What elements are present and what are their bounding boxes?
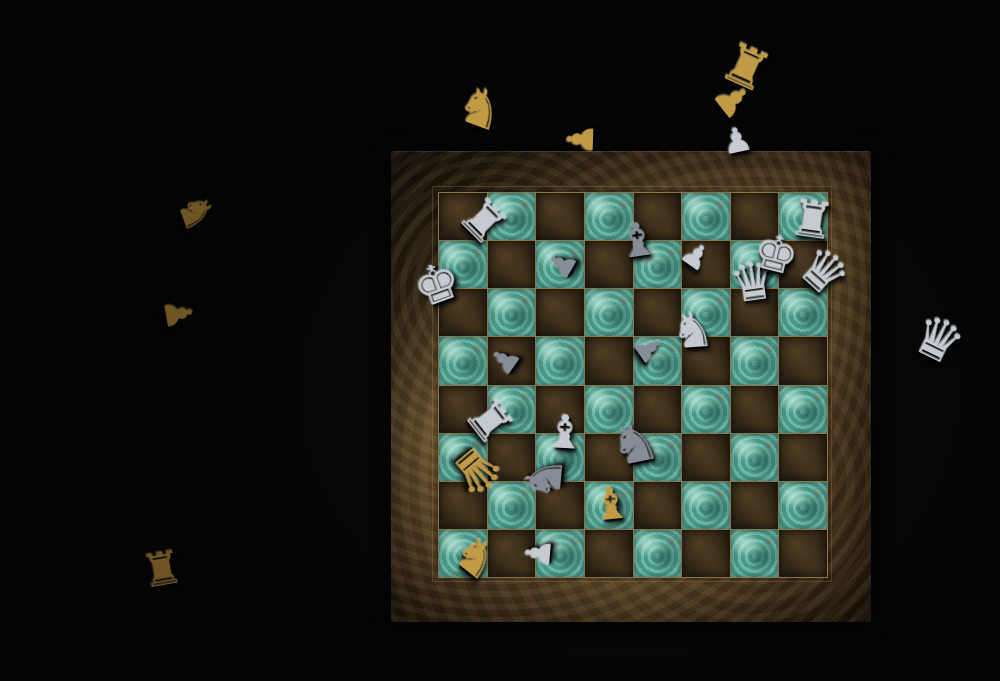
square-e1[interactable]	[634, 530, 682, 577]
square-h1[interactable]	[779, 530, 827, 577]
piece-gold-pawn-off-board-top[interactable]: ♟	[562, 122, 599, 156]
square-h3[interactable]	[779, 434, 827, 481]
piece-silver-bishop-c3[interactable]: ♝	[543, 408, 587, 456]
square-h4[interactable]	[779, 386, 827, 433]
piece-gold-knight-off-board-top-left[interactable]: ♞	[450, 76, 512, 141]
square-d5[interactable]	[585, 337, 633, 384]
piece-silver-knight-c2[interactable]: ♞	[517, 453, 571, 502]
square-c6[interactable]	[536, 289, 584, 336]
square-a5[interactable]	[439, 337, 487, 384]
piece-gold-pawn-off-board-left-lower[interactable]: ♟	[157, 295, 198, 333]
piece-gold-bishop-d2[interactable]: ♝	[589, 480, 633, 528]
piece-silver-pawn-board-top-border[interactable]: ♟	[719, 120, 756, 160]
piece-gold-rook-off-board-bottom-left[interactable]: ♜	[138, 543, 187, 595]
square-e2[interactable]	[634, 482, 682, 529]
square-g5[interactable]	[731, 337, 779, 384]
square-f3[interactable]	[682, 434, 730, 481]
square-h2[interactable]	[779, 482, 827, 529]
square-c8[interactable]	[536, 193, 584, 240]
square-d1[interactable]	[585, 530, 633, 577]
square-g4[interactable]	[731, 386, 779, 433]
square-g1[interactable]	[731, 530, 779, 577]
square-f2[interactable]	[682, 482, 730, 529]
piece-silver-pawn-c1[interactable]: ♟	[520, 536, 557, 569]
square-g2[interactable]	[731, 482, 779, 529]
square-g3[interactable]	[731, 434, 779, 481]
square-f8[interactable]	[682, 193, 730, 240]
square-b6[interactable]	[488, 289, 536, 336]
piece-silver-queen-off-board-right[interactable]: ♛	[903, 304, 973, 376]
piece-gold-knight-off-board-left-upper[interactable]: ♞	[170, 188, 222, 238]
piece-silver-bishop-e7[interactable]: ♝	[614, 214, 661, 265]
square-d6[interactable]	[585, 289, 633, 336]
square-h5[interactable]	[779, 337, 827, 384]
square-c5[interactable]	[536, 337, 584, 384]
piece-silver-knight-f5[interactable]: ♞	[670, 305, 716, 356]
square-b7[interactable]	[488, 241, 536, 288]
square-f4[interactable]	[682, 386, 730, 433]
square-f1[interactable]	[682, 530, 730, 577]
